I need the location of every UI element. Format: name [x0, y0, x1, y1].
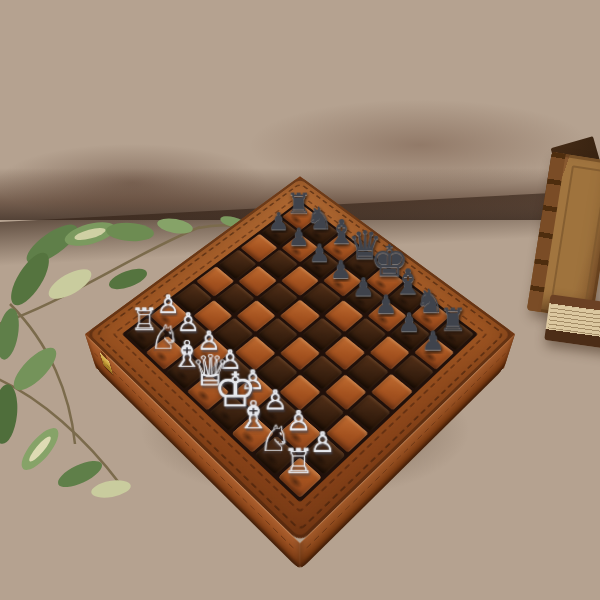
square-c6 [281, 266, 319, 297]
piece-black-knight-b8: ♞ [306, 203, 332, 233]
square-h1: ♖ [278, 457, 322, 498]
square-h3 [326, 414, 369, 453]
square-f3 [279, 374, 321, 410]
square-e1: ♔ [209, 394, 251, 431]
piece-white-bishop-f1: ♗ [236, 395, 266, 434]
square-h8: ♜ [434, 318, 474, 351]
piece-black-rook-a8: ♜ [286, 189, 312, 217]
piece-black-bishop-f8: ♝ [392, 264, 419, 299]
square-b5 [239, 266, 277, 297]
square-d1: ♕ [187, 374, 229, 410]
scene: ♜♞♝♛♚♝♞♜♟♟♟♟♟♟♟♟♙♙♙♙♙♙♙♙♖♘♗♕♔♗♘♖ [0, 0, 600, 600]
square-g4 [325, 374, 367, 410]
square-b7: ♟ [281, 234, 318, 263]
square-a6 [240, 234, 277, 263]
piece-black-king-e8: ♚ [370, 239, 397, 282]
piece-white-king-e1: ♔ [214, 365, 244, 413]
square-a3 [174, 283, 213, 314]
piece-black-pawn-a7: ♟ [266, 209, 292, 233]
square-d5 [280, 300, 319, 332]
square-c8: ♝ [323, 234, 360, 263]
square-c7: ♟ [302, 250, 340, 280]
piece-white-pawn-a2: ♙ [155, 291, 183, 317]
board-grid: ♜♞♝♛♚♝♞♜♟♟♟♟♟♟♟♟♙♙♙♙♙♙♙♙♖♘♗♕♔♗♘♖ [122, 200, 478, 502]
square-d3 [235, 336, 275, 370]
square-a8: ♜ [282, 203, 318, 231]
square-b6 [260, 250, 298, 280]
square-e2: ♙ [233, 374, 275, 410]
piece-black-pawn-h7: ♟ [419, 327, 448, 353]
square-e7: ♟ [345, 283, 384, 314]
square-c5 [259, 283, 298, 314]
piece-black-bishop-c8: ♝ [327, 215, 353, 249]
square-f1: ♗ [231, 414, 274, 453]
square-a7: ♟ [261, 218, 298, 246]
chess-board: ♜♞♝♛♚♝♞♜♟♟♟♟♟♟♟♟♙♙♙♙♙♙♙♙♖♘♗♕♔♗♘♖ [148, 168, 452, 472]
square-g1: ♘ [254, 435, 297, 475]
square-h2: ♙ [302, 435, 345, 475]
square-a4 [197, 266, 235, 297]
piece-black-pawn-b7: ♟ [286, 225, 312, 249]
piece-black-rook-h8: ♜ [439, 304, 467, 335]
piece-white-rook-h1: ♖ [283, 444, 314, 478]
square-g8: ♞ [411, 300, 450, 332]
square-h5 [371, 374, 413, 410]
square-a1: ♖ [126, 318, 166, 351]
piece-black-queen-d8: ♛ [348, 226, 375, 265]
square-b1: ♘ [146, 336, 186, 370]
piece-white-knight-b1: ♘ [150, 320, 179, 354]
square-e8: ♚ [365, 266, 403, 297]
square-g2: ♙ [279, 414, 322, 453]
square-b8: ♞ [302, 218, 339, 246]
square-d8: ♛ [344, 250, 382, 280]
